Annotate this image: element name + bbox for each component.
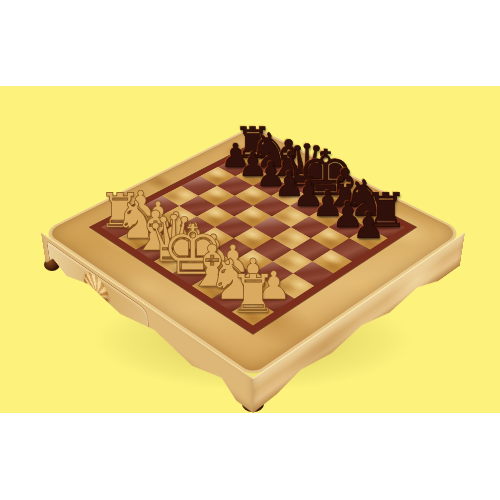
square-h1: [232, 299, 274, 326]
scene: ♜♞♟♝♟♛♟♚♟♝♟♞♟♟♜♟♟♜♟♟♞♟♝♟♛♟♚♟♝♟♞♜: [0, 0, 500, 500]
square-g4: [273, 250, 313, 274]
square-c1: [136, 238, 175, 261]
square-f4: [253, 238, 292, 261]
square-h3: [273, 273, 314, 298]
square-e3: [214, 238, 253, 261]
square-e1: [173, 261, 213, 286]
board-grid: [101, 149, 405, 326]
square-h2: [253, 286, 294, 312]
square-d2: [175, 238, 214, 261]
square-e2: [194, 250, 234, 274]
square-d1: [154, 250, 194, 274]
square-g2: [233, 273, 274, 298]
square-g5: [292, 238, 331, 261]
square-f3: [233, 250, 273, 274]
square-f2: [213, 261, 253, 286]
square-h4: [293, 261, 333, 286]
square-g3: [253, 261, 293, 286]
photo-canvas: ♜♞♟♝♟♛♟♚♟♝♟♞♟♟♜♟♟♜♟♟♞♟♝♟♛♟♚♟♝♟♞♜: [0, 0, 500, 500]
square-h6: [331, 238, 370, 261]
square-f1: [192, 273, 233, 298]
square-g1: [212, 286, 253, 312]
square-h5: [312, 250, 352, 274]
